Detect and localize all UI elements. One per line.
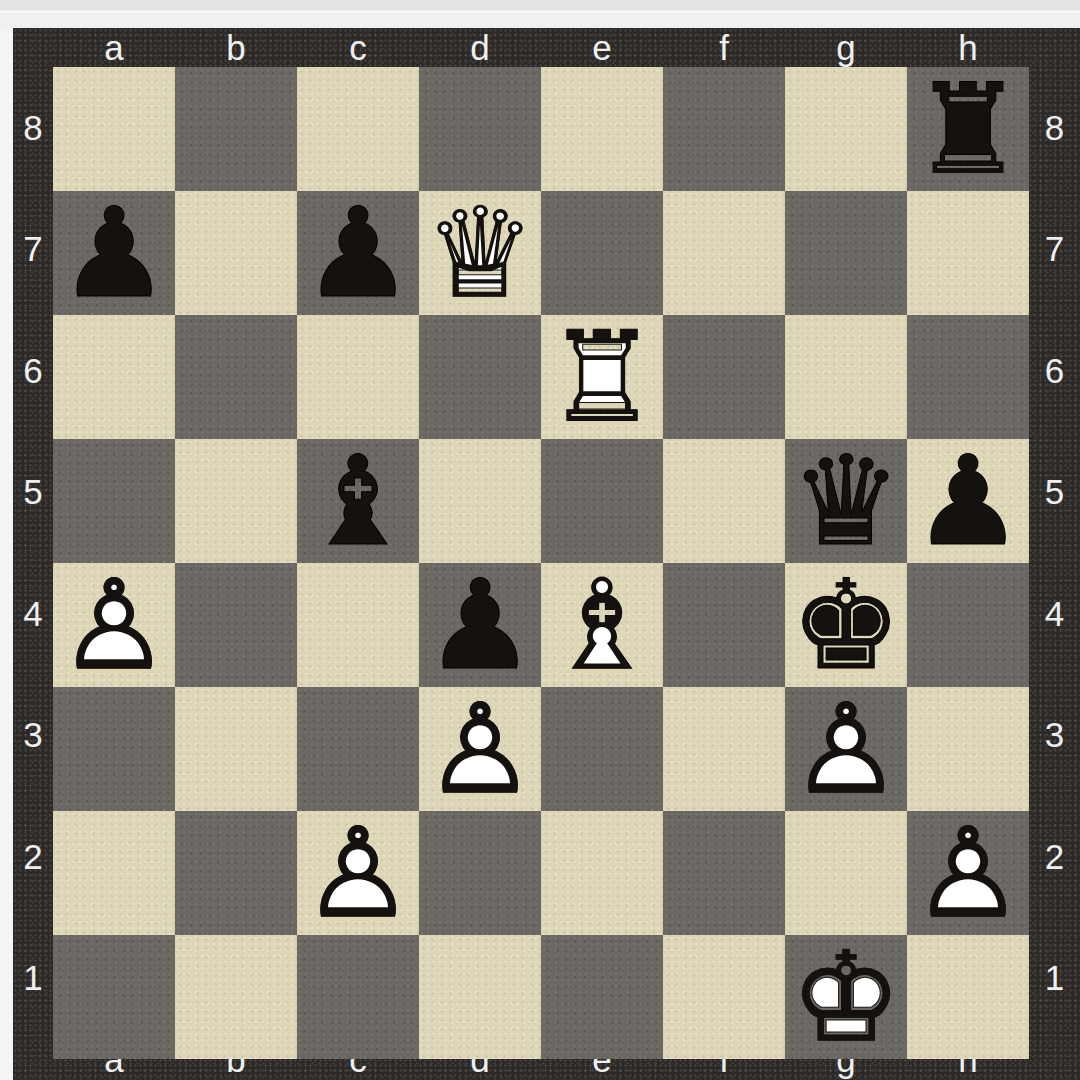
rank-label-left-2: 2 (13, 796, 53, 918)
square-a7[interactable]: ♟ (53, 191, 175, 315)
white-pawn-c2[interactable]: ♟ (302, 811, 413, 935)
square-e1[interactable] (541, 935, 663, 1059)
black-pawn-d4[interactable]: ♟ (424, 563, 535, 687)
square-e6[interactable]: ♜ (541, 315, 663, 439)
square-c1[interactable] (297, 935, 419, 1059)
black-king-g4[interactable]: ♚ (790, 563, 901, 687)
square-f7[interactable] (663, 191, 785, 315)
square-a6[interactable] (53, 315, 175, 439)
square-h3[interactable] (907, 687, 1029, 811)
square-g4[interactable]: ♚ (785, 563, 907, 687)
rank-label-right-3: 3 (1029, 675, 1080, 797)
square-g5[interactable]: ♛ (785, 439, 907, 563)
file-label-top-e: e (541, 28, 663, 67)
chess-board: ♜♟♟♛♜♝♛♟♟♟♝♚♟♟♟♟♚ (53, 67, 1029, 1039)
square-f4[interactable] (663, 563, 785, 687)
rank-label-left-7: 7 (13, 189, 53, 311)
square-a5[interactable] (53, 439, 175, 563)
black-pawn-a7[interactable]: ♟ (58, 191, 169, 315)
black-pawn-c7[interactable]: ♟ (302, 191, 413, 315)
rank-label-left-8: 8 (13, 67, 53, 189)
square-c2[interactable]: ♟ (297, 811, 419, 935)
rank-label-left-6: 6 (13, 310, 53, 432)
rank-labels-right: 87654321 (1029, 67, 1080, 1039)
square-g3[interactable]: ♟ (785, 687, 907, 811)
rank-label-right-1: 1 (1029, 918, 1080, 1040)
rank-label-right-2: 2 (1029, 796, 1080, 918)
square-a2[interactable] (53, 811, 175, 935)
square-b2[interactable] (175, 811, 297, 935)
square-b1[interactable] (175, 935, 297, 1059)
rank-labels-left: 87654321 (13, 67, 53, 1039)
white-king-g1[interactable]: ♚ (790, 935, 901, 1059)
square-d7[interactable]: ♛ (419, 191, 541, 315)
rank-label-right-8: 8 (1029, 67, 1080, 189)
square-h8[interactable]: ♜ (907, 67, 1029, 191)
square-g1[interactable]: ♚ (785, 935, 907, 1059)
file-label-top-b: b (175, 28, 297, 67)
square-e2[interactable] (541, 811, 663, 935)
rank-label-left-1: 1 (13, 918, 53, 1040)
file-label-top-c: c (297, 28, 419, 67)
file-label-top-a: a (53, 28, 175, 67)
square-b4[interactable] (175, 563, 297, 687)
square-b8[interactable] (175, 67, 297, 191)
white-pawn-a4[interactable]: ♟ (58, 563, 169, 687)
white-bishop-e4[interactable]: ♝ (546, 563, 657, 687)
square-c7[interactable]: ♟ (297, 191, 419, 315)
square-f6[interactable] (663, 315, 785, 439)
square-f2[interactable] (663, 811, 785, 935)
square-e7[interactable] (541, 191, 663, 315)
rank-label-left-4: 4 (13, 553, 53, 675)
square-f5[interactable] (663, 439, 785, 563)
square-b3[interactable] (175, 687, 297, 811)
rank-label-left-3: 3 (13, 675, 53, 797)
square-d8[interactable] (419, 67, 541, 191)
square-g2[interactable] (785, 811, 907, 935)
white-pawn-h2[interactable]: ♟ (912, 811, 1023, 935)
black-queen-g5[interactable]: ♛ (790, 439, 901, 563)
square-a1[interactable] (53, 935, 175, 1059)
white-pawn-g3[interactable]: ♟ (790, 687, 901, 811)
square-b7[interactable] (175, 191, 297, 315)
square-e5[interactable] (541, 439, 663, 563)
square-g8[interactable] (785, 67, 907, 191)
square-g7[interactable] (785, 191, 907, 315)
square-a8[interactable] (53, 67, 175, 191)
rank-label-right-6: 6 (1029, 310, 1080, 432)
square-f3[interactable] (663, 687, 785, 811)
square-d2[interactable] (419, 811, 541, 935)
white-queen-d7[interactable]: ♛ (424, 191, 535, 315)
rank-label-right-4: 4 (1029, 553, 1080, 675)
black-pawn-h5[interactable]: ♟ (912, 439, 1023, 563)
square-c8[interactable] (297, 67, 419, 191)
rank-label-right-7: 7 (1029, 189, 1080, 311)
square-c5[interactable]: ♝ (297, 439, 419, 563)
black-rook-h8[interactable]: ♜ (912, 67, 1023, 191)
square-c4[interactable] (297, 563, 419, 687)
square-h1[interactable] (907, 935, 1029, 1059)
square-d1[interactable] (419, 935, 541, 1059)
square-e8[interactable] (541, 67, 663, 191)
square-e3[interactable] (541, 687, 663, 811)
square-h6[interactable] (907, 315, 1029, 439)
square-c6[interactable] (297, 315, 419, 439)
rank-label-left-5: 5 (13, 432, 53, 554)
square-h2[interactable]: ♟ (907, 811, 1029, 935)
white-pawn-d3[interactable]: ♟ (424, 687, 535, 811)
square-f8[interactable] (663, 67, 785, 191)
square-a3[interactable] (53, 687, 175, 811)
square-d4[interactable]: ♟ (419, 563, 541, 687)
file-label-top-g: g (785, 28, 907, 67)
square-e4[interactable]: ♝ (541, 563, 663, 687)
square-h5[interactable]: ♟ (907, 439, 1029, 563)
square-h4[interactable] (907, 563, 1029, 687)
square-h7[interactable] (907, 191, 1029, 315)
window-top-strip (0, 0, 1080, 28)
square-g6[interactable] (785, 315, 907, 439)
file-label-top-d: d (419, 28, 541, 67)
square-b6[interactable] (175, 315, 297, 439)
white-rook-e6[interactable]: ♜ (546, 315, 657, 439)
square-b5[interactable] (175, 439, 297, 563)
square-c3[interactable] (297, 687, 419, 811)
square-d6[interactable] (419, 315, 541, 439)
square-a4[interactable]: ♟ (53, 563, 175, 687)
square-f1[interactable] (663, 935, 785, 1059)
square-d3[interactable]: ♟ (419, 687, 541, 811)
rank-label-right-5: 5 (1029, 432, 1080, 554)
black-bishop-c5[interactable]: ♝ (302, 439, 413, 563)
board-frame: abcdefgh abcdefgh 87654321 87654321 ♜♟♟♛… (13, 28, 1080, 1080)
file-label-top-f: f (663, 28, 785, 67)
square-d5[interactable] (419, 439, 541, 563)
file-labels-top: abcdefgh (53, 28, 1029, 67)
